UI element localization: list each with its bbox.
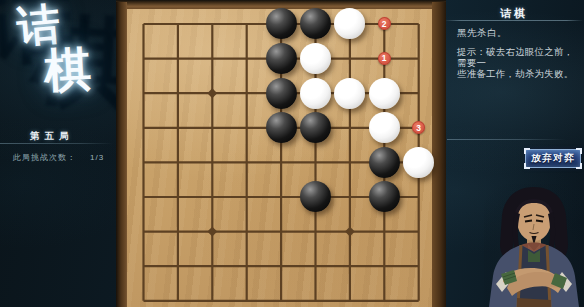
board-point-c4[interactable] bbox=[195, 180, 229, 215]
board-point-e1[interactable] bbox=[264, 283, 298, 307]
board-point-c6[interactable] bbox=[195, 110, 229, 145]
give-up-button-label: 放弃对弈 bbox=[531, 152, 575, 165]
board-point-f2[interactable] bbox=[298, 249, 332, 284]
white-stone bbox=[300, 43, 331, 74]
board-point-g8[interactable] bbox=[333, 41, 367, 76]
black-stone bbox=[300, 8, 331, 39]
board-point-d6[interactable] bbox=[229, 110, 263, 145]
board-point-a9[interactable] bbox=[126, 7, 160, 42]
board-point-i9[interactable] bbox=[401, 7, 435, 42]
button-corner-decoration bbox=[524, 163, 530, 169]
board-point-a5[interactable] bbox=[126, 145, 160, 180]
board-point-i5[interactable] bbox=[401, 145, 435, 180]
board-point-d7[interactable] bbox=[229, 76, 263, 111]
board-point-g1[interactable] bbox=[333, 283, 367, 307]
board-point-a2[interactable] bbox=[126, 249, 160, 284]
board-point-a6[interactable] bbox=[126, 110, 160, 145]
board-point-b8[interactable] bbox=[161, 41, 195, 76]
black-stone bbox=[369, 147, 400, 178]
board-point-g9[interactable] bbox=[333, 7, 367, 42]
calligraphy-title-char-2: 棋 bbox=[43, 45, 92, 94]
board-point-e7[interactable] bbox=[264, 76, 298, 111]
board-point-i3[interactable] bbox=[401, 214, 435, 249]
white-stone bbox=[403, 147, 434, 178]
board-point-i2[interactable] bbox=[401, 249, 435, 284]
board-point-a7[interactable] bbox=[126, 76, 160, 111]
board-point-h4[interactable] bbox=[367, 180, 401, 215]
hint-marker-1: 1 bbox=[378, 52, 391, 65]
board-point-f7[interactable] bbox=[298, 76, 332, 111]
board-point-d1[interactable] bbox=[229, 283, 263, 307]
white-stone bbox=[334, 78, 365, 109]
board-point-h9[interactable]: 2 bbox=[367, 7, 401, 42]
puzzle-hint: 提示：破去右边眼位之前，需要一 些准备工作，劫杀为失败。 bbox=[457, 47, 583, 79]
board-point-f9[interactable] bbox=[298, 7, 332, 42]
white-stone bbox=[369, 78, 400, 109]
board-point-c2[interactable] bbox=[195, 249, 229, 284]
board-point-g4[interactable] bbox=[333, 180, 367, 215]
board-point-a8[interactable] bbox=[126, 41, 160, 76]
button-corner-decoration bbox=[524, 148, 530, 154]
board-point-c9[interactable] bbox=[195, 7, 229, 42]
attempts-value: 1/3 bbox=[90, 153, 104, 162]
black-stone bbox=[369, 181, 400, 212]
board-point-f1[interactable] bbox=[298, 283, 332, 307]
board-point-d9[interactable] bbox=[229, 7, 263, 42]
board-point-h2[interactable] bbox=[367, 249, 401, 284]
puzzle-objective: 黑先杀白。 bbox=[457, 27, 507, 40]
attempts-row: 此局挑战次数：1/3 bbox=[13, 152, 104, 163]
black-stone bbox=[300, 112, 331, 143]
button-corner-decoration bbox=[576, 148, 582, 154]
board-point-d2[interactable] bbox=[229, 249, 263, 284]
board-point-h8[interactable]: 1 bbox=[367, 41, 401, 76]
board-point-c3[interactable] bbox=[195, 214, 229, 249]
board-point-e8[interactable] bbox=[264, 41, 298, 76]
board-point-i6[interactable]: 3 bbox=[401, 110, 435, 145]
board-point-g5[interactable] bbox=[333, 145, 367, 180]
black-stone bbox=[266, 43, 297, 74]
hint-marker-3: 3 bbox=[412, 121, 425, 134]
board-point-h6[interactable] bbox=[367, 110, 401, 145]
board-point-h3[interactable] bbox=[367, 214, 401, 249]
black-stone bbox=[266, 8, 297, 39]
board-point-d5[interactable] bbox=[229, 145, 263, 180]
board-point-i4[interactable] bbox=[401, 180, 435, 215]
board-point-g7[interactable] bbox=[333, 76, 367, 111]
board-point-e6[interactable] bbox=[264, 110, 298, 145]
board-point-b7[interactable] bbox=[161, 76, 195, 111]
board-point-a3[interactable] bbox=[126, 214, 160, 249]
board-point-c5[interactable] bbox=[195, 145, 229, 180]
attempts-label: 此局挑战次数： bbox=[13, 153, 76, 162]
board-point-b9[interactable] bbox=[161, 7, 195, 42]
board-point-g3[interactable] bbox=[333, 214, 367, 249]
hint-line-2: 些准备工作，劫杀为失败。 bbox=[457, 69, 583, 80]
white-stone bbox=[369, 112, 400, 143]
board-point-f8[interactable] bbox=[298, 41, 332, 76]
board-point-h5[interactable] bbox=[367, 145, 401, 180]
board-point-c1[interactable] bbox=[195, 283, 229, 307]
board-point-e5[interactable] bbox=[264, 145, 298, 180]
board-point-f4[interactable] bbox=[298, 180, 332, 215]
board-point-h7[interactable] bbox=[367, 76, 401, 111]
board-point-b6[interactable] bbox=[161, 110, 195, 145]
board-point-g2[interactable] bbox=[333, 249, 367, 284]
panel-separator bbox=[447, 139, 565, 140]
board-point-e3[interactable] bbox=[264, 214, 298, 249]
character-portrait bbox=[484, 184, 584, 307]
board-point-d3[interactable] bbox=[229, 214, 263, 249]
board-point-f6[interactable] bbox=[298, 110, 332, 145]
board-point-a1[interactable] bbox=[126, 283, 160, 307]
board-point-i7[interactable] bbox=[401, 76, 435, 111]
board-point-d8[interactable] bbox=[229, 41, 263, 76]
left-separator bbox=[0, 143, 113, 144]
white-stone bbox=[300, 78, 331, 109]
go-board: 213 bbox=[116, 0, 446, 307]
black-stone bbox=[266, 78, 297, 109]
board-point-e4[interactable] bbox=[264, 180, 298, 215]
board-point-f3[interactable] bbox=[298, 214, 332, 249]
hint-line-1: 提示：破去右边眼位之前，需要一 bbox=[457, 47, 583, 69]
board-point-b4[interactable] bbox=[161, 180, 195, 215]
board-point-b2[interactable] bbox=[161, 249, 195, 284]
board-point-b3[interactable] bbox=[161, 214, 195, 249]
board-point-a4[interactable] bbox=[126, 180, 160, 215]
stone-grid: 213 bbox=[126, 7, 436, 307]
board-point-c8[interactable] bbox=[195, 41, 229, 76]
black-stone bbox=[266, 112, 297, 143]
board-point-e9[interactable] bbox=[264, 7, 298, 42]
board-point-f5[interactable] bbox=[298, 145, 332, 180]
board-point-c7[interactable] bbox=[195, 76, 229, 111]
board-point-e2[interactable] bbox=[264, 249, 298, 284]
white-stone bbox=[334, 8, 365, 39]
give-up-button[interactable]: 放弃对弈 bbox=[525, 149, 581, 168]
puzzle-panel-title: 诘棋 bbox=[444, 6, 584, 21]
board-point-h1[interactable] bbox=[367, 283, 401, 307]
board-point-i8[interactable] bbox=[401, 41, 435, 76]
black-stone bbox=[300, 181, 331, 212]
board-point-d4[interactable] bbox=[229, 180, 263, 215]
hint-marker-2: 2 bbox=[378, 17, 391, 30]
round-label: 第五局 bbox=[30, 130, 74, 143]
board-point-b5[interactable] bbox=[161, 145, 195, 180]
button-corner-decoration bbox=[576, 163, 582, 169]
board-point-g6[interactable] bbox=[333, 110, 367, 145]
game-screen: 诘 棋 诘 棋 第五局 此局挑战次数：1/3 bbox=[0, 0, 584, 307]
title-underline bbox=[444, 20, 583, 21]
board-point-b1[interactable] bbox=[161, 283, 195, 307]
board-point-i1[interactable] bbox=[401, 283, 435, 307]
